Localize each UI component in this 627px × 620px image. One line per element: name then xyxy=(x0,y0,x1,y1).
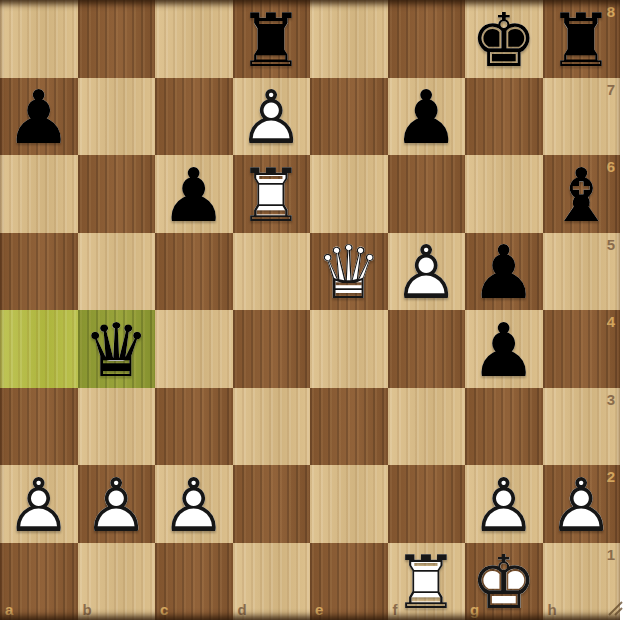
square-c5[interactable] xyxy=(155,233,233,311)
square-e8[interactable] xyxy=(310,0,388,78)
piece-black-rook[interactable]: ♖♜ xyxy=(233,0,311,78)
rank-label-3: 3 xyxy=(607,392,615,407)
square-g8[interactable]: ♔♚ xyxy=(465,0,543,78)
rank-label-8: 8 xyxy=(607,4,615,19)
piece-white-pawn[interactable]: ♟♙ xyxy=(465,465,543,543)
square-c1[interactable]: c xyxy=(155,543,233,620)
square-d5[interactable] xyxy=(233,233,311,311)
square-g7[interactable] xyxy=(465,78,543,156)
piece-black-pawn[interactable]: ♙♟ xyxy=(465,310,543,388)
rank-label-4: 4 xyxy=(607,314,615,329)
square-b2[interactable]: ♟♙ xyxy=(78,465,156,543)
square-g1[interactable]: g♚♔ xyxy=(465,543,543,620)
file-label-e: e xyxy=(315,602,323,617)
square-d1[interactable]: d xyxy=(233,543,311,620)
square-d6[interactable]: ♜♖ xyxy=(233,155,311,233)
file-label-h: h xyxy=(548,602,557,617)
square-b6[interactable] xyxy=(78,155,156,233)
square-f1[interactable]: f♜♖ xyxy=(388,543,466,620)
square-c2[interactable]: ♟♙ xyxy=(155,465,233,543)
square-e5[interactable]: ♛♕ xyxy=(310,233,388,311)
file-label-a: a xyxy=(5,602,13,617)
square-f8[interactable] xyxy=(388,0,466,78)
square-g6[interactable] xyxy=(465,155,543,233)
square-g5[interactable]: ♙♟ xyxy=(465,233,543,311)
file-label-d: d xyxy=(238,602,247,617)
pawn-glyph: ♙ xyxy=(233,79,311,157)
pawn-glyph: ♟ xyxy=(465,234,543,312)
square-b4[interactable]: ♕♛ xyxy=(78,310,156,388)
square-g2[interactable]: ♟♙ xyxy=(465,465,543,543)
square-a4[interactable] xyxy=(0,310,78,388)
rank-label-7: 7 xyxy=(607,82,615,97)
square-f7[interactable]: ♙♟ xyxy=(388,78,466,156)
square-h6[interactable]: 6♗♝ xyxy=(543,155,621,233)
square-h4[interactable]: 4 xyxy=(543,310,621,388)
piece-white-pawn[interactable]: ♟♙ xyxy=(155,465,233,543)
square-h7[interactable]: 7 xyxy=(543,78,621,156)
piece-black-queen[interactable]: ♕♛ xyxy=(78,310,156,388)
square-b8[interactable] xyxy=(78,0,156,78)
piece-white-queen[interactable]: ♛♕ xyxy=(310,233,388,311)
rank-label-5: 5 xyxy=(607,237,615,252)
square-f5[interactable]: ♟♙ xyxy=(388,233,466,311)
piece-black-pawn[interactable]: ♙♟ xyxy=(0,78,78,156)
pawn-glyph: ♙ xyxy=(78,466,156,544)
file-label-b: b xyxy=(83,602,92,617)
piece-white-rook[interactable]: ♜♖ xyxy=(388,543,466,620)
square-e3[interactable] xyxy=(310,388,388,466)
square-h2[interactable]: 2♟♙ xyxy=(543,465,621,543)
square-a5[interactable] xyxy=(0,233,78,311)
square-e6[interactable] xyxy=(310,155,388,233)
rook-glyph: ♖ xyxy=(388,544,466,620)
rook-glyph: ♖ xyxy=(233,156,311,234)
square-f4[interactable] xyxy=(388,310,466,388)
file-label-f: f xyxy=(393,602,398,617)
rook-glyph: ♜ xyxy=(233,1,311,79)
king-glyph: ♚ xyxy=(465,1,543,79)
file-label-g: g xyxy=(470,602,479,617)
resize-handle-icon[interactable] xyxy=(605,598,625,618)
piece-white-pawn[interactable]: ♟♙ xyxy=(233,78,311,156)
square-c4[interactable] xyxy=(155,310,233,388)
piece-white-pawn[interactable]: ♟♙ xyxy=(0,465,78,543)
pawn-glyph: ♙ xyxy=(388,234,466,312)
square-c8[interactable] xyxy=(155,0,233,78)
rank-label-1: 1 xyxy=(607,547,615,562)
square-e2[interactable] xyxy=(310,465,388,543)
piece-black-king[interactable]: ♔♚ xyxy=(465,0,543,78)
pawn-glyph: ♙ xyxy=(155,466,233,544)
square-a3[interactable] xyxy=(0,388,78,466)
chess-board: ♖♜♔♚8♖♜♙♟♟♙♙♟7♙♟♜♖6♗♝♛♕♟♙♙♟5♕♛♙♟43♟♙♟♙♟♙… xyxy=(0,0,620,620)
square-e7[interactable] xyxy=(310,78,388,156)
square-a2[interactable]: ♟♙ xyxy=(0,465,78,543)
square-g3[interactable] xyxy=(465,388,543,466)
square-f2[interactable] xyxy=(388,465,466,543)
square-c6[interactable]: ♙♟ xyxy=(155,155,233,233)
square-c3[interactable] xyxy=(155,388,233,466)
square-d4[interactable] xyxy=(233,310,311,388)
pawn-glyph: ♙ xyxy=(0,466,78,544)
square-h8[interactable]: 8♖♜ xyxy=(543,0,621,78)
page: ♖♜♔♚8♖♜♙♟♟♙♙♟7♙♟♜♖6♗♝♛♕♟♙♙♟5♕♛♙♟43♟♙♟♙♟♙… xyxy=(0,0,627,620)
square-d7[interactable]: ♟♙ xyxy=(233,78,311,156)
pawn-glyph: ♟ xyxy=(155,156,233,234)
pawn-glyph: ♟ xyxy=(0,79,78,157)
square-a7[interactable]: ♙♟ xyxy=(0,78,78,156)
queen-glyph: ♕ xyxy=(310,234,388,312)
piece-black-pawn[interactable]: ♙♟ xyxy=(388,78,466,156)
pawn-glyph: ♙ xyxy=(465,466,543,544)
square-d3[interactable] xyxy=(233,388,311,466)
file-label-c: c xyxy=(160,602,168,617)
square-h3[interactable]: 3 xyxy=(543,388,621,466)
square-e4[interactable] xyxy=(310,310,388,388)
pawn-glyph: ♟ xyxy=(465,311,543,389)
square-c7[interactable] xyxy=(155,78,233,156)
rank-label-6: 6 xyxy=(607,159,615,174)
square-d2[interactable] xyxy=(233,465,311,543)
rank-label-2: 2 xyxy=(607,469,615,484)
square-f3[interactable] xyxy=(388,388,466,466)
piece-white-pawn[interactable]: ♟♙ xyxy=(78,465,156,543)
pawn-glyph: ♟ xyxy=(388,79,466,157)
piece-black-pawn[interactable]: ♙♟ xyxy=(155,155,233,233)
piece-white-pawn[interactable]: ♟♙ xyxy=(388,233,466,311)
square-a6[interactable] xyxy=(0,155,78,233)
square-b3[interactable] xyxy=(78,388,156,466)
square-e1[interactable]: e xyxy=(310,543,388,620)
piece-white-rook[interactable]: ♜♖ xyxy=(233,155,311,233)
square-d8[interactable]: ♖♜ xyxy=(233,0,311,78)
square-a1[interactable]: a xyxy=(0,543,78,620)
piece-black-pawn[interactable]: ♙♟ xyxy=(465,233,543,311)
square-b5[interactable] xyxy=(78,233,156,311)
square-b7[interactable] xyxy=(78,78,156,156)
square-a8[interactable] xyxy=(0,0,78,78)
square-b1[interactable]: b xyxy=(78,543,156,620)
square-g4[interactable]: ♙♟ xyxy=(465,310,543,388)
queen-glyph: ♛ xyxy=(78,311,156,389)
square-f6[interactable] xyxy=(388,155,466,233)
square-h5[interactable]: 5 xyxy=(543,233,621,311)
